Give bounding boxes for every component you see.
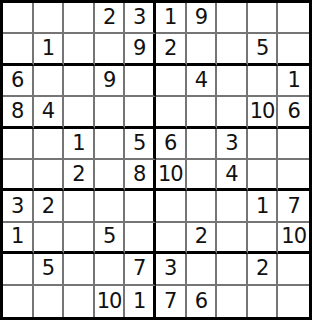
cell-r3c5[interactable] [125, 66, 156, 97]
cell-r2c3[interactable] [64, 34, 95, 65]
cell-r3c9[interactable] [248, 66, 279, 97]
cell-r7c3[interactable] [64, 191, 95, 222]
cell-r6c7[interactable] [187, 160, 218, 191]
given-digit: 6 [164, 133, 176, 154]
given-digit: 9 [103, 70, 115, 91]
cell-r5c8[interactable]: 3 [217, 129, 248, 160]
cell-r3c4[interactable]: 9 [95, 66, 126, 97]
cell-r10c8[interactable] [217, 286, 248, 317]
cell-r7c7[interactable] [187, 191, 218, 222]
cell-r1c4[interactable]: 2 [95, 3, 126, 34]
cell-r9c2[interactable]: 5 [34, 254, 65, 285]
given-digit: 4 [225, 164, 237, 185]
given-digit: 4 [42, 101, 54, 122]
cell-r8c10[interactable]: 10 [278, 223, 309, 254]
cell-r10c2[interactable] [34, 286, 65, 317]
given-digit: 1 [288, 70, 300, 91]
cell-r6c8[interactable]: 4 [217, 160, 248, 191]
cell-r9c4[interactable] [95, 254, 126, 285]
given-digit: 1 [256, 196, 268, 217]
cell-r8c2[interactable] [34, 223, 65, 254]
cell-r3c2[interactable] [34, 66, 65, 97]
cell-r2c1[interactable] [3, 34, 34, 65]
cell-r10c7[interactable]: 6 [187, 286, 218, 317]
given-digit: 10 [250, 101, 275, 122]
cell-r6c5[interactable]: 8 [125, 160, 156, 191]
given-digit: 10 [158, 164, 183, 185]
cell-r8c4[interactable]: 5 [95, 223, 126, 254]
given-digit: 7 [133, 258, 145, 279]
cell-r10c1[interactable] [3, 286, 34, 317]
given-digit: 1 [72, 133, 84, 154]
cell-r2c8[interactable] [217, 34, 248, 65]
cell-r7c5[interactable] [125, 191, 156, 222]
cell-r9c8[interactable] [217, 254, 248, 285]
cell-r2c4[interactable] [95, 34, 126, 65]
cell-r10c9[interactable] [248, 286, 279, 317]
cell-r3c7[interactable]: 4 [187, 66, 218, 97]
cell-r6c9[interactable] [248, 160, 279, 191]
cell-r7c10[interactable]: 7 [278, 191, 309, 222]
given-digit: 1 [133, 291, 145, 312]
cell-r6c2[interactable] [34, 160, 65, 191]
given-digit: 1 [42, 38, 54, 59]
cell-r1c10[interactable] [278, 3, 309, 34]
cell-r5c9[interactable] [248, 129, 279, 160]
cell-r2c6[interactable]: 2 [156, 34, 187, 65]
given-digit: 8 [133, 164, 145, 185]
cell-r8c6[interactable] [156, 223, 187, 254]
cell-r4c9[interactable]: 10 [248, 97, 279, 128]
cell-r8c5[interactable] [125, 223, 156, 254]
cell-r10c3[interactable] [64, 286, 95, 317]
given-digit: 10 [281, 226, 306, 247]
given-digit: 9 [195, 7, 207, 28]
cell-r1c1[interactable] [3, 3, 34, 34]
cell-r9c6[interactable]: 3 [156, 254, 187, 285]
cell-r8c9[interactable] [248, 223, 279, 254]
given-digit: 5 [103, 226, 115, 247]
cell-r4c6[interactable] [156, 97, 187, 128]
given-digit: 1 [11, 226, 23, 247]
cell-r4c7[interactable] [187, 97, 218, 128]
given-digit: 6 [11, 70, 23, 91]
cell-r5c4[interactable] [95, 129, 126, 160]
given-digit: 3 [164, 258, 176, 279]
given-digit: 9 [133, 38, 145, 59]
sudoku-page: 2319192569418410615632810432171521057321… [0, 0, 312, 320]
given-digit: 1 [164, 7, 176, 28]
cell-r3c1[interactable]: 6 [3, 66, 34, 97]
cell-r7c4[interactable] [95, 191, 126, 222]
cell-r8c7[interactable]: 2 [187, 223, 218, 254]
given-digit: 5 [256, 38, 268, 59]
cell-r3c10[interactable]: 1 [278, 66, 309, 97]
given-digit: 8 [11, 101, 23, 122]
cell-r10c4[interactable]: 10 [95, 286, 126, 317]
cell-r8c3[interactable] [64, 223, 95, 254]
cell-r8c1[interactable]: 1 [3, 223, 34, 254]
cell-r9c7[interactable] [187, 254, 218, 285]
cell-r5c7[interactable] [187, 129, 218, 160]
given-digit: 10 [97, 291, 122, 312]
cell-r10c6[interactable]: 7 [156, 286, 187, 317]
cell-r9c10[interactable] [278, 254, 309, 285]
cell-r5c5[interactable]: 5 [125, 129, 156, 160]
cell-r5c2[interactable] [34, 129, 65, 160]
cell-r4c3[interactable] [64, 97, 95, 128]
cell-r1c6[interactable]: 1 [156, 3, 187, 34]
cell-r5c3[interactable]: 1 [64, 129, 95, 160]
cell-r4c4[interactable] [95, 97, 126, 128]
cell-r4c5[interactable] [125, 97, 156, 128]
cell-r6c10[interactable] [278, 160, 309, 191]
sudoku-board: 2319192569418410615632810432171521057321… [0, 0, 312, 320]
cell-r2c2[interactable]: 1 [34, 34, 65, 65]
given-digit: 5 [133, 133, 145, 154]
cell-r9c5[interactable]: 7 [125, 254, 156, 285]
cell-r9c3[interactable] [64, 254, 95, 285]
given-digit: 2 [195, 226, 207, 247]
cell-r8c8[interactable] [217, 223, 248, 254]
cell-r3c8[interactable] [217, 66, 248, 97]
given-digit: 4 [195, 70, 207, 91]
cell-r6c3[interactable]: 2 [64, 160, 95, 191]
given-digit: 2 [164, 38, 176, 59]
cell-r6c4[interactable] [95, 160, 126, 191]
cell-r7c2[interactable]: 2 [34, 191, 65, 222]
cell-r5c6[interactable]: 6 [156, 129, 187, 160]
given-digit: 3 [225, 133, 237, 154]
cell-r6c1[interactable] [3, 160, 34, 191]
cell-r1c9[interactable] [248, 3, 279, 34]
cell-r1c2[interactable] [34, 3, 65, 34]
cell-r7c9[interactable]: 1 [248, 191, 279, 222]
given-digit: 5 [42, 258, 54, 279]
cell-r7c1[interactable]: 3 [3, 191, 34, 222]
given-digit: 2 [103, 7, 115, 28]
cell-r10c5[interactable]: 1 [125, 286, 156, 317]
given-digit: 3 [11, 196, 23, 217]
cell-r7c8[interactable] [217, 191, 248, 222]
cell-r2c9[interactable]: 5 [248, 34, 279, 65]
cell-r9c9[interactable]: 2 [248, 254, 279, 285]
cell-r10c10[interactable] [278, 286, 309, 317]
given-digit: 6 [195, 291, 207, 312]
given-digit: 2 [42, 196, 54, 217]
cell-r2c5[interactable]: 9 [125, 34, 156, 65]
given-digit: 3 [133, 7, 145, 28]
cell-r4c1[interactable]: 8 [3, 97, 34, 128]
cell-r3c3[interactable] [64, 66, 95, 97]
given-digit: 2 [256, 258, 268, 279]
cell-r4c10[interactable]: 6 [278, 97, 309, 128]
cell-r2c7[interactable] [187, 34, 218, 65]
cell-r1c8[interactable] [217, 3, 248, 34]
cell-r7c6[interactable] [156, 191, 187, 222]
cell-r2c10[interactable] [278, 34, 309, 65]
cell-r6c6[interactable]: 10 [156, 160, 187, 191]
given-digit: 6 [288, 101, 300, 122]
cell-r4c2[interactable]: 4 [34, 97, 65, 128]
cell-r1c7[interactable]: 9 [187, 3, 218, 34]
cell-r3c6[interactable] [156, 66, 187, 97]
cell-r1c5[interactable]: 3 [125, 3, 156, 34]
cell-r5c10[interactable] [278, 129, 309, 160]
given-digit: 7 [288, 196, 300, 217]
cell-r9c1[interactable] [3, 254, 34, 285]
given-digit: 2 [72, 164, 84, 185]
cell-r1c3[interactable] [64, 3, 95, 34]
given-digit: 7 [164, 291, 176, 312]
cell-r4c8[interactable] [217, 97, 248, 128]
cell-r5c1[interactable] [3, 129, 34, 160]
